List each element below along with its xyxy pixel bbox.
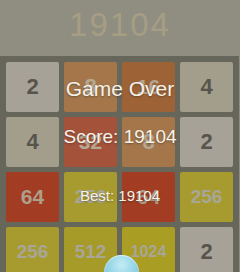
tile-32: 32: [64, 117, 117, 167]
tile-8: 8: [64, 62, 117, 112]
tile-2: 2: [180, 227, 233, 272]
tile-64: 64: [122, 172, 175, 222]
tile-64: 64: [6, 172, 59, 222]
tile-4: 4: [6, 117, 59, 167]
tile-2: 2: [6, 62, 59, 112]
tile-256: 256: [180, 172, 233, 222]
tile-4: 4: [180, 62, 233, 112]
game-2048-screen: 19104 2816443282642566425625651210242 Ga…: [0, 0, 240, 272]
tile-256: 256: [6, 227, 59, 272]
header-score: 19104: [0, 0, 240, 50]
tile-8: 8: [122, 117, 175, 167]
tile-16: 16: [122, 62, 175, 112]
tile-256: 256: [64, 172, 117, 222]
board[interactable]: 2816443282642566425625651210242: [0, 56, 239, 272]
tile-2: 2: [180, 117, 233, 167]
